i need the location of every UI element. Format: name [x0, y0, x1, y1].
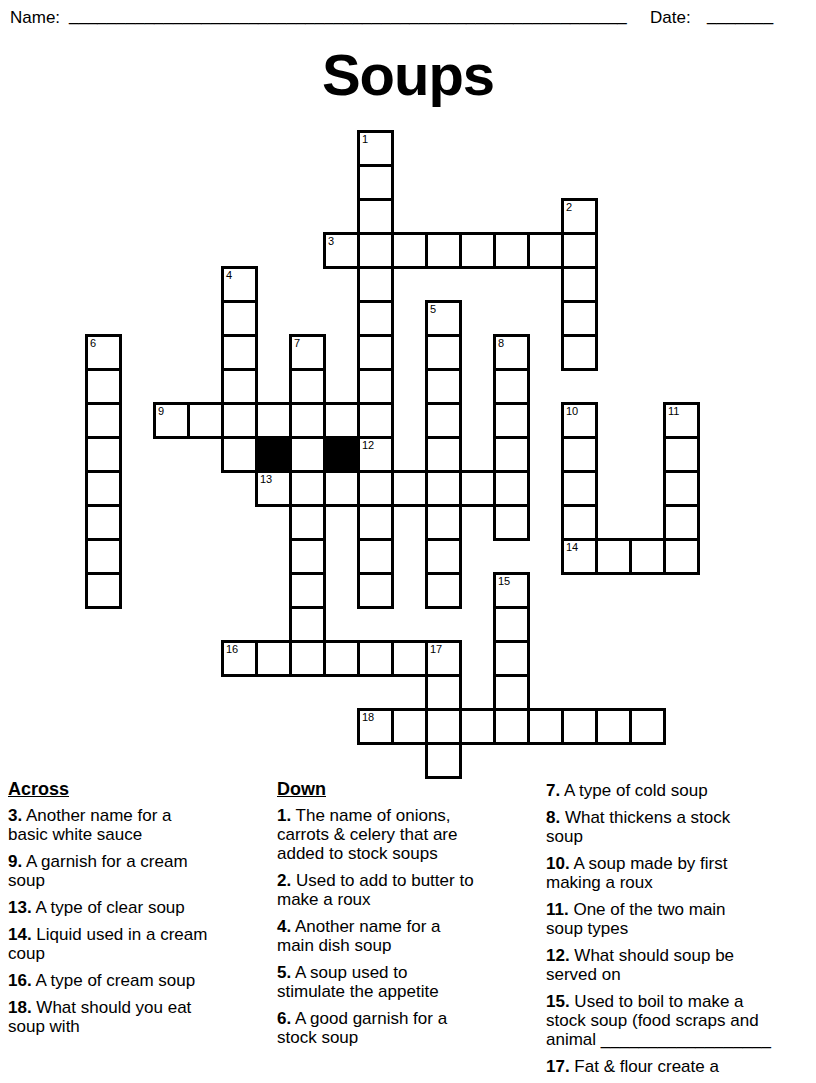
- grid-cell[interactable]: [85, 368, 122, 405]
- grid-cell[interactable]: [663, 538, 700, 575]
- worksheet-page: Name: __________________________________…: [0, 0, 816, 1083]
- grid-cell[interactable]: [357, 402, 394, 439]
- cell-number: 6: [90, 337, 96, 350]
- clue-number: 6.: [277, 1009, 291, 1028]
- grid-cell[interactable]: [425, 538, 462, 575]
- grid-cell[interactable]: [357, 368, 394, 405]
- clue-18: 18. What should you eat soup with: [8, 998, 266, 1036]
- grid-cell[interactable]: [493, 402, 530, 439]
- grid-cell[interactable]: [357, 164, 394, 201]
- grid-cell[interactable]: 18: [357, 708, 394, 745]
- grid-cell[interactable]: [459, 470, 496, 507]
- grid-cell[interactable]: [221, 402, 258, 439]
- cell-number: 18: [362, 711, 374, 724]
- grid-cell[interactable]: [289, 402, 326, 439]
- cell-number: 9: [158, 405, 164, 418]
- grid-cell[interactable]: [391, 470, 428, 507]
- date-label: Date:: [650, 8, 691, 28]
- grid-cell[interactable]: [289, 470, 326, 507]
- grid-cell[interactable]: [663, 504, 700, 541]
- clue-6: 6. A good garnish for a stock soup: [277, 1009, 541, 1047]
- grid-cell[interactable]: 11: [663, 402, 700, 439]
- name-blank-line: ________________________________________…: [69, 6, 627, 26]
- clue-number: 14.: [8, 925, 32, 944]
- grid-cell[interactable]: 6: [85, 334, 122, 371]
- down-clue-list-continued: 7. A type of cold soup8. What thickens a…: [546, 781, 816, 1076]
- cell-number: 13: [260, 473, 272, 486]
- grid-cell[interactable]: 4: [221, 266, 258, 303]
- grid-cell[interactable]: [561, 504, 598, 541]
- grid-cell[interactable]: [425, 436, 462, 473]
- across-clue-list: 3. Another name for a basic white sauce9…: [8, 806, 266, 1036]
- clue-number: 1.: [277, 806, 291, 825]
- grid-cell[interactable]: [357, 470, 394, 507]
- clue-11: 11. One of the two main soup types: [546, 900, 816, 938]
- clue-number: 9.: [8, 852, 22, 871]
- cell-number: 4: [226, 269, 232, 282]
- clue-number: 2.: [277, 871, 291, 890]
- grid-cell[interactable]: [357, 572, 394, 609]
- cell-number: 7: [294, 337, 300, 350]
- clue-5: 5. A soup used to stimulate the appetite: [277, 963, 541, 1001]
- clue-number: 11.: [546, 900, 569, 919]
- grid-cell[interactable]: [221, 300, 258, 337]
- grid-cell[interactable]: [187, 402, 224, 439]
- grid-cell[interactable]: [425, 334, 462, 371]
- cell-number: 15: [498, 575, 510, 588]
- grid-cell[interactable]: 15: [493, 572, 530, 609]
- grid-cell[interactable]: 5: [425, 300, 462, 337]
- grid-cell[interactable]: [425, 708, 462, 745]
- grid-cell[interactable]: [289, 572, 326, 609]
- grid-cell[interactable]: [493, 640, 530, 677]
- grid-cell[interactable]: [493, 504, 530, 541]
- clue-number: 12.: [546, 946, 570, 965]
- grid-cell[interactable]: [561, 436, 598, 473]
- grid-cell[interactable]: [561, 266, 598, 303]
- clue-8: 8. What thickens a stock soup: [546, 808, 816, 846]
- grid-cell[interactable]: [323, 640, 360, 677]
- grid-cell[interactable]: [425, 368, 462, 405]
- grid-cell[interactable]: [323, 470, 360, 507]
- cell-number: 10: [566, 405, 578, 418]
- grid-cell[interactable]: 1: [357, 130, 394, 167]
- grid-cell[interactable]: [493, 708, 530, 745]
- grid-cell[interactable]: 8: [493, 334, 530, 371]
- grid-cell[interactable]: [289, 538, 326, 575]
- grid-cell[interactable]: [85, 572, 122, 609]
- grid-cell[interactable]: [391, 640, 428, 677]
- grid-cell[interactable]: [561, 708, 598, 745]
- cell-number: 1: [362, 133, 368, 146]
- clue-2: 2. Used to add to butter to make a roux: [277, 871, 541, 909]
- clue-4: 4. Another name for a main dish soup: [277, 917, 541, 955]
- cell-number: 3: [328, 235, 334, 248]
- black-cell: [323, 436, 360, 473]
- grid-cell[interactable]: 14: [561, 538, 598, 575]
- grid-cell[interactable]: [357, 640, 394, 677]
- grid-cell[interactable]: 2: [561, 198, 598, 235]
- grid-cell[interactable]: [289, 436, 326, 473]
- grid-cell[interactable]: [255, 640, 292, 677]
- grid-cell[interactable]: [221, 368, 258, 405]
- grid-cell[interactable]: [85, 538, 122, 575]
- grid-cell[interactable]: [425, 742, 462, 779]
- across-header: Across: [8, 779, 266, 800]
- clue-number: 15.: [546, 992, 570, 1011]
- grid-cell[interactable]: [357, 232, 394, 269]
- grid-cell[interactable]: [663, 470, 700, 507]
- grid-cell[interactable]: 7: [289, 334, 326, 371]
- grid-cell[interactable]: [357, 538, 394, 575]
- grid-cell[interactable]: [629, 538, 666, 575]
- grid-cell[interactable]: [595, 708, 632, 745]
- crossword-grid: 123456789101112131415161718: [85, 130, 701, 780]
- grid-cell[interactable]: 17: [425, 640, 462, 677]
- black-cell: [255, 436, 292, 473]
- grid-cell[interactable]: [255, 402, 292, 439]
- grid-cell[interactable]: 9: [153, 402, 190, 439]
- grid-cell[interactable]: [493, 232, 530, 269]
- grid-cell[interactable]: [221, 334, 258, 371]
- grid-cell[interactable]: [493, 470, 530, 507]
- clue-number: 7.: [546, 781, 560, 800]
- grid-cell[interactable]: [391, 708, 428, 745]
- grid-cell[interactable]: [493, 674, 530, 711]
- grid-cell[interactable]: 16: [221, 640, 258, 677]
- grid-cell[interactable]: [425, 674, 462, 711]
- clue-13: 13. A type of clear soup: [8, 898, 266, 917]
- grid-cell[interactable]: [425, 470, 462, 507]
- clue-number: 13.: [8, 898, 32, 917]
- grid-cell[interactable]: [323, 402, 360, 439]
- cell-number: 17: [430, 643, 442, 656]
- grid-cell[interactable]: 12: [357, 436, 394, 473]
- clue-17: 17. Fat & flour create a: [546, 1057, 816, 1076]
- clue-10: 10. A soup made by first making a roux: [546, 854, 816, 892]
- across-clues-section: Across 3. Another name for a basic white…: [8, 779, 266, 1044]
- grid-cell[interactable]: [629, 708, 666, 745]
- cell-number: 8: [498, 337, 504, 350]
- grid-cell[interactable]: [595, 538, 632, 575]
- grid-cell[interactable]: [289, 606, 326, 643]
- clue-1: 1. The name of onions, carrots & celery …: [277, 806, 541, 863]
- grid-cell[interactable]: 10: [561, 402, 598, 439]
- grid-cell[interactable]: [357, 504, 394, 541]
- grid-cell[interactable]: [85, 504, 122, 541]
- cell-number: 12: [362, 439, 374, 452]
- grid-cell[interactable]: [85, 402, 122, 439]
- clue-12: 12. What should soup be served on: [546, 946, 816, 984]
- grid-cell[interactable]: 13: [255, 470, 292, 507]
- grid-cell[interactable]: [289, 368, 326, 405]
- grid-cell[interactable]: [459, 708, 496, 745]
- grid-cell[interactable]: [663, 436, 700, 473]
- grid-cell[interactable]: [425, 232, 462, 269]
- cell-number: 5: [430, 303, 436, 316]
- grid-cell[interactable]: [561, 232, 598, 269]
- grid-cell[interactable]: [493, 606, 530, 643]
- clue-3: 3. Another name for a basic white sauce: [8, 806, 266, 844]
- grid-cell[interactable]: [561, 334, 598, 371]
- grid-cell[interactable]: 3: [323, 232, 360, 269]
- grid-cell[interactable]: [425, 504, 462, 541]
- grid-cell[interactable]: [425, 402, 462, 439]
- grid-cell[interactable]: [391, 232, 428, 269]
- grid-cell[interactable]: [561, 470, 598, 507]
- clue-number: 17.: [546, 1057, 570, 1076]
- grid-cell[interactable]: [289, 504, 326, 541]
- clue-number: 3.: [8, 806, 22, 825]
- grid-cell[interactable]: [85, 470, 122, 507]
- grid-cell[interactable]: [425, 572, 462, 609]
- grid-cell[interactable]: [357, 300, 394, 337]
- grid-cell[interactable]: [357, 266, 394, 303]
- clue-number: 18.: [8, 998, 32, 1017]
- down-header: Down: [277, 779, 541, 800]
- down-clues-continued-section: 7. A type of cold soup8. What thickens a…: [546, 781, 816, 1083]
- clue-number: 16.: [8, 971, 32, 990]
- grid-cell[interactable]: [85, 436, 122, 473]
- cell-number: 2: [566, 201, 572, 214]
- cell-number: 16: [226, 643, 238, 656]
- page-title: Soups: [0, 46, 816, 104]
- clue-14: 14. Liquid used in a cream coup: [8, 925, 266, 963]
- grid-cell[interactable]: [357, 198, 394, 235]
- grid-cell[interactable]: [493, 436, 530, 473]
- grid-cell[interactable]: [357, 334, 394, 371]
- clue-15: 15. Used to boil to make a stock soup (f…: [546, 992, 816, 1049]
- clue-9: 9. A garnish for a cream soup: [8, 852, 266, 890]
- grid-cell[interactable]: [459, 232, 496, 269]
- cell-number: 14: [566, 541, 578, 554]
- grid-cell[interactable]: [493, 368, 530, 405]
- grid-cell[interactable]: [221, 436, 258, 473]
- clue-16: 16. A type of cream soup: [8, 971, 266, 990]
- grid-cell[interactable]: [561, 300, 598, 337]
- name-label: Name:: [10, 8, 60, 28]
- down-clue-list: 1. The name of onions, carrots & celery …: [277, 806, 541, 1047]
- cell-number: 11: [668, 405, 679, 418]
- grid-cell[interactable]: [527, 708, 564, 745]
- date-blank-line: _______: [707, 6, 773, 26]
- clue-number: 4.: [277, 917, 291, 936]
- down-clues-section: Down 1. The name of onions, carrots & ce…: [277, 779, 541, 1055]
- clue-number: 10.: [546, 854, 570, 873]
- clue-number: 5.: [277, 963, 291, 982]
- clue-7: 7. A type of cold soup: [546, 781, 816, 800]
- grid-cell[interactable]: [527, 232, 564, 269]
- grid-cell[interactable]: [289, 640, 326, 677]
- clue-number: 8.: [546, 808, 560, 827]
